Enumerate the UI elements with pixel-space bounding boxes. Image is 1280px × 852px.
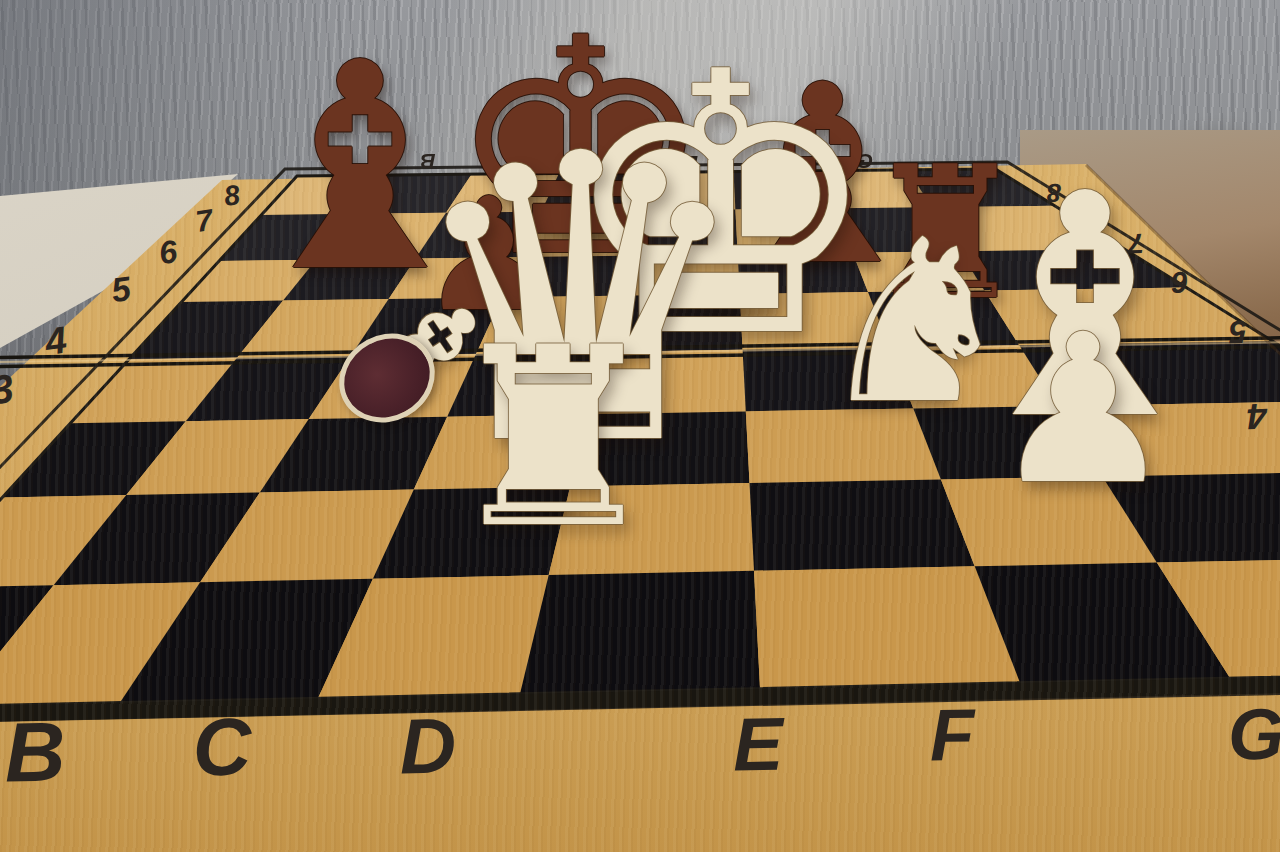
- scene: Wooden folding chess board with hand-car…: [0, 0, 1280, 852]
- file-label-bottom-c: C: [161, 706, 282, 789]
- piece-white-rook-d2[interactable]: ♜: [430, 315, 677, 562]
- file-label-bottom-g: G: [1195, 697, 1280, 771]
- square-f2[interactable]: [750, 480, 975, 571]
- square-e1[interactable]: [520, 571, 760, 694]
- piece-white-pawn-h3[interactable]: ♟: [980, 307, 1186, 513]
- file-label-bottom-e: E: [697, 706, 818, 783]
- file-label-bottom-f: F: [891, 697, 1012, 772]
- file-label-bottom-d: D: [367, 706, 488, 786]
- square-f1[interactable]: [754, 566, 1020, 688]
- file-label-bottom-b: B: [0, 709, 96, 795]
